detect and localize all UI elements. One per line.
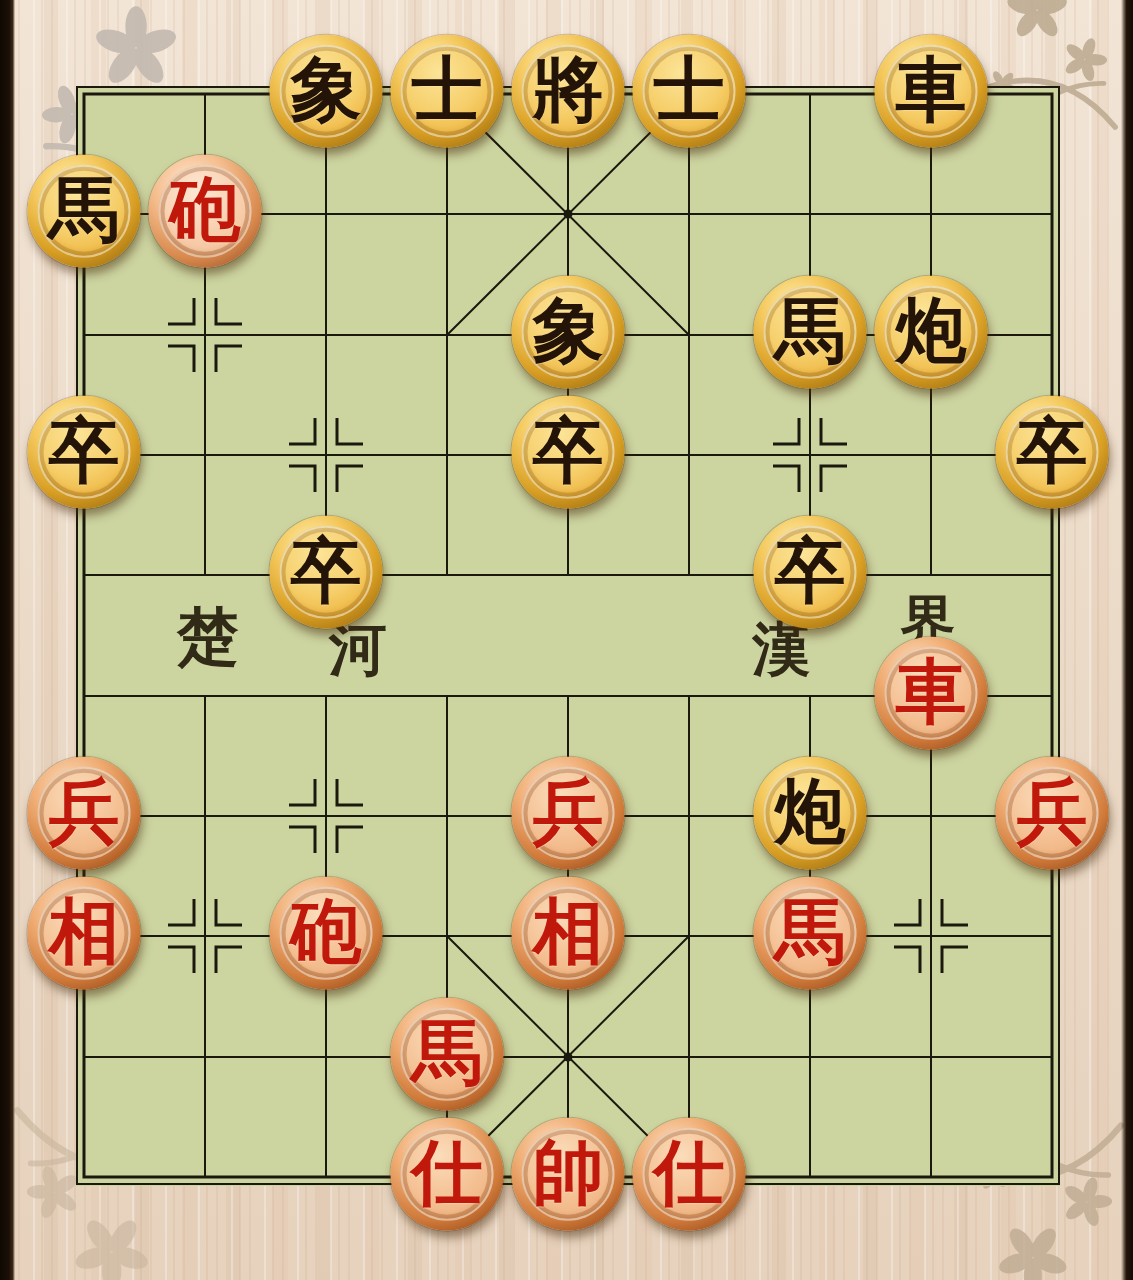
piece-face: 士	[401, 45, 494, 138]
piece-face: 炮	[764, 767, 857, 860]
piece-black-horse[interactable]: 馬	[754, 276, 867, 389]
piece-glyph: 仕	[654, 1137, 725, 1211]
piece-glyph: 卒	[775, 535, 846, 609]
piece-glyph: 相	[533, 896, 604, 970]
piece-glyph: 士	[654, 54, 725, 128]
piece-black-soldier[interactable]: 卒	[512, 396, 625, 509]
piece-glyph: 車	[896, 656, 967, 730]
piece-glyph: 馬	[49, 174, 120, 248]
piece-glyph: 炮	[775, 776, 846, 850]
piece-face: 相	[522, 887, 615, 980]
piece-face: 士	[643, 45, 736, 138]
piece-red-general[interactable]: 帥	[512, 1118, 625, 1231]
piece-face: 砲	[159, 165, 252, 258]
piece-face: 卒	[522, 406, 615, 499]
piece-black-horse[interactable]: 馬	[28, 155, 141, 268]
piece-face: 卒	[1006, 406, 1099, 499]
piece-face: 馬	[764, 887, 857, 980]
piece-glyph: 帥	[533, 1137, 604, 1211]
piece-face: 象	[522, 286, 615, 379]
piece-red-chariot[interactable]: 車	[875, 637, 988, 750]
piece-black-advisor[interactable]: 士	[633, 35, 746, 148]
piece-glyph: 馬	[775, 295, 846, 369]
piece-face: 馬	[401, 1008, 494, 1101]
piece-face: 卒	[38, 406, 131, 499]
piece-face: 卒	[764, 526, 857, 619]
piece-red-cannon[interactable]: 砲	[270, 877, 383, 990]
piece-glyph: 兵	[49, 776, 120, 850]
piece-black-elephant[interactable]: 象	[512, 276, 625, 389]
piece-black-cannon[interactable]: 炮	[875, 276, 988, 389]
piece-black-soldier[interactable]: 卒	[28, 396, 141, 509]
piece-red-advisor[interactable]: 仕	[633, 1118, 746, 1231]
piece-face: 相	[38, 887, 131, 980]
piece-face: 車	[885, 647, 978, 740]
xiangqi-app: 楚 河 漢 界 象士將士車馬砲象馬炮卒卒卒卒卒車兵兵炮兵相砲相馬馬仕帥仕	[0, 0, 1133, 1280]
piece-glyph: 兵	[1017, 776, 1088, 850]
piece-glyph: 砲	[291, 896, 362, 970]
piece-red-soldier[interactable]: 兵	[996, 757, 1109, 870]
piece-black-chariot[interactable]: 車	[875, 35, 988, 148]
piece-face: 卒	[280, 526, 373, 619]
piece-red-elephant[interactable]: 相	[28, 877, 141, 990]
river-label: 楚	[177, 595, 239, 679]
piece-face: 兵	[522, 767, 615, 860]
piece-red-elephant[interactable]: 相	[512, 877, 625, 990]
piece-black-soldier[interactable]: 卒	[270, 516, 383, 629]
piece-face: 仕	[401, 1128, 494, 1221]
piece-face: 馬	[764, 286, 857, 379]
piece-face: 將	[522, 45, 615, 138]
piece-black-soldier[interactable]: 卒	[754, 516, 867, 629]
piece-red-cannon[interactable]: 砲	[149, 155, 262, 268]
piece-black-elephant[interactable]: 象	[270, 35, 383, 148]
piece-black-soldier[interactable]: 卒	[996, 396, 1109, 509]
piece-glyph: 象	[533, 295, 604, 369]
piece-glyph: 相	[49, 896, 120, 970]
piece-face: 馬	[38, 165, 131, 258]
piece-black-cannon[interactable]: 炮	[754, 757, 867, 870]
piece-glyph: 卒	[533, 415, 604, 489]
piece-red-soldier[interactable]: 兵	[512, 757, 625, 870]
piece-glyph: 象	[291, 54, 362, 128]
piece-black-general[interactable]: 將	[512, 35, 625, 148]
piece-red-horse[interactable]: 馬	[754, 877, 867, 990]
piece-glyph: 仕	[412, 1137, 483, 1211]
piece-red-advisor[interactable]: 仕	[391, 1118, 504, 1231]
piece-glyph: 馬	[775, 896, 846, 970]
piece-face: 車	[885, 45, 978, 138]
piece-face: 仕	[643, 1128, 736, 1221]
piece-red-soldier[interactable]: 兵	[28, 757, 141, 870]
piece-glyph: 將	[533, 54, 604, 128]
screen-edge-left	[0, 0, 15, 1280]
piece-glyph: 馬	[412, 1017, 483, 1091]
piece-glyph: 卒	[291, 535, 362, 609]
piece-black-advisor[interactable]: 士	[391, 35, 504, 148]
piece-glyph: 卒	[1017, 415, 1088, 489]
piece-glyph: 車	[896, 54, 967, 128]
piece-face: 兵	[1006, 767, 1099, 860]
piece-face: 兵	[38, 767, 131, 860]
piece-face: 象	[280, 45, 373, 138]
piece-face: 砲	[280, 887, 373, 980]
piece-glyph: 士	[412, 54, 483, 128]
piece-face: 帥	[522, 1128, 615, 1221]
piece-glyph: 兵	[533, 776, 604, 850]
piece-face: 炮	[885, 286, 978, 379]
piece-glyph: 砲	[170, 174, 241, 248]
screen-edge-right	[1121, 0, 1133, 1280]
piece-red-horse[interactable]: 馬	[391, 998, 504, 1111]
piece-glyph: 卒	[49, 415, 120, 489]
piece-glyph: 炮	[896, 295, 967, 369]
